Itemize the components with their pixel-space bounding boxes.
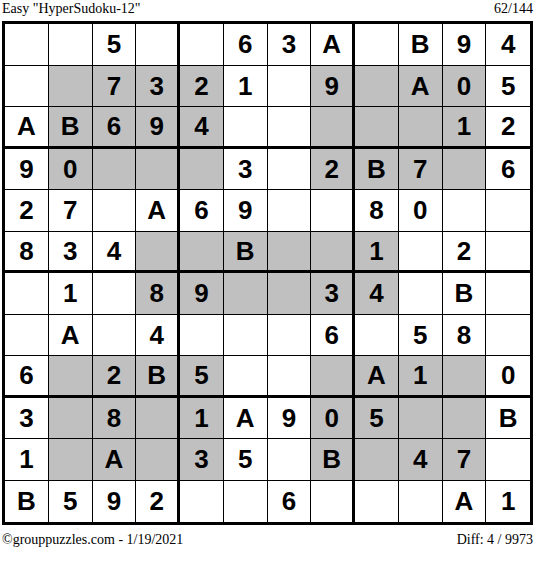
cell-r10c3: 8	[93, 398, 137, 440]
cell-r11c10: 4	[399, 439, 443, 481]
cell-r1c5[interactable]	[180, 24, 224, 66]
cell-r4c9: B	[355, 149, 399, 191]
cell-r7c6[interactable]	[224, 273, 268, 315]
cell-r8c9[interactable]	[355, 315, 399, 357]
cell-r8c8: 6	[311, 315, 355, 357]
cell-r4c12: 6	[486, 149, 530, 191]
cell-r6c2: 3	[49, 232, 93, 274]
cell-r10c5: 1	[180, 398, 224, 440]
cell-r6c12[interactable]	[486, 232, 530, 274]
cell-r4c3[interactable]	[93, 149, 137, 191]
cell-r7c5: 9	[180, 273, 224, 315]
cell-r10c10[interactable]	[399, 398, 443, 440]
cell-r10c1: 3	[5, 398, 49, 440]
cell-r10c12: B	[486, 398, 530, 440]
cell-r2c7[interactable]	[268, 66, 312, 108]
cell-r11c3: A	[93, 439, 137, 481]
cell-r10c4[interactable]	[136, 398, 180, 440]
cell-r11c9[interactable]	[355, 439, 399, 481]
cell-r10c7: 9	[268, 398, 312, 440]
cell-r12c2: 5	[49, 481, 93, 523]
cell-r8c4: 4	[136, 315, 180, 357]
cell-r12c8[interactable]	[311, 481, 355, 523]
cell-r5c5: 6	[180, 190, 224, 232]
cell-r7c3[interactable]	[93, 273, 137, 315]
cell-r12c7: 6	[268, 481, 312, 523]
cell-r12c12: 1	[486, 481, 530, 523]
cell-r9c5: 5	[180, 356, 224, 398]
cell-r11c5: 3	[180, 439, 224, 481]
cell-r6c9: 1	[355, 232, 399, 274]
sudoku-board: 563AB9473219A05AB694129032B7627A6980834B…	[2, 21, 533, 525]
cell-r9c11[interactable]	[443, 356, 487, 398]
cell-r1c8: A	[311, 24, 355, 66]
puzzle-counter: 62/144	[494, 1, 533, 17]
cell-r4c8: 2	[311, 149, 355, 191]
cell-r11c7[interactable]	[268, 439, 312, 481]
cell-r7c12[interactable]	[486, 273, 530, 315]
puzzle-page: Easy "HyperSudoku-12" 62/144 563AB947321…	[0, 0, 535, 569]
cell-r1c12: 4	[486, 24, 530, 66]
cell-r6c11: 2	[443, 232, 487, 274]
cell-r6c7[interactable]	[268, 232, 312, 274]
cell-r1c9[interactable]	[355, 24, 399, 66]
cell-r3c8[interactable]	[311, 107, 355, 149]
cell-r7c4: 8	[136, 273, 180, 315]
cell-r4c4[interactable]	[136, 149, 180, 191]
cell-r5c9: 8	[355, 190, 399, 232]
cell-r4c2: 0	[49, 149, 93, 191]
cell-r1c11: 9	[443, 24, 487, 66]
cell-r8c10: 5	[399, 315, 443, 357]
cell-r9c12: 0	[486, 356, 530, 398]
cell-r9c1: 6	[5, 356, 49, 398]
cell-r4c7[interactable]	[268, 149, 312, 191]
cell-r3c5: 4	[180, 107, 224, 149]
cell-r11c1: 1	[5, 439, 49, 481]
cell-r1c6: 6	[224, 24, 268, 66]
cell-r3c12: 2	[486, 107, 530, 149]
cell-r3c2: B	[49, 107, 93, 149]
cell-r7c11: B	[443, 273, 487, 315]
cell-r12c3: 9	[93, 481, 137, 523]
cell-r7c9: 4	[355, 273, 399, 315]
cell-r2c8: 9	[311, 66, 355, 108]
cell-r7c2: 1	[49, 273, 93, 315]
cell-r1c3: 5	[93, 24, 137, 66]
cell-r2c2[interactable]	[49, 66, 93, 108]
cell-r9c7[interactable]	[268, 356, 312, 398]
header: Easy "HyperSudoku-12" 62/144	[2, 1, 533, 19]
cell-r2c5: 2	[180, 66, 224, 108]
cell-r3c11: 1	[443, 107, 487, 149]
cell-r9c4: B	[136, 356, 180, 398]
cell-r5c6: 9	[224, 190, 268, 232]
cell-r10c11[interactable]	[443, 398, 487, 440]
cell-r2c9[interactable]	[355, 66, 399, 108]
cell-r4c1: 9	[5, 149, 49, 191]
cell-r7c7[interactable]	[268, 273, 312, 315]
cell-r1c10: B	[399, 24, 443, 66]
cell-r10c8: 0	[311, 398, 355, 440]
cell-r5c10: 0	[399, 190, 443, 232]
cell-r3c10[interactable]	[399, 107, 443, 149]
cell-r3c6[interactable]	[224, 107, 268, 149]
cell-r10c9: 5	[355, 398, 399, 440]
cell-r12c1: B	[5, 481, 49, 523]
cell-r2c10: A	[399, 66, 443, 108]
cell-r6c5[interactable]	[180, 232, 224, 274]
cell-r1c4[interactable]	[136, 24, 180, 66]
cell-r5c3[interactable]	[93, 190, 137, 232]
cell-r3c3: 6	[93, 107, 137, 149]
cell-r10c6: A	[224, 398, 268, 440]
cell-r7c1[interactable]	[5, 273, 49, 315]
cell-r4c6: 3	[224, 149, 268, 191]
cell-r5c8[interactable]	[311, 190, 355, 232]
cell-r12c9[interactable]	[355, 481, 399, 523]
cell-r8c12[interactable]	[486, 315, 530, 357]
cell-r5c2: 7	[49, 190, 93, 232]
cell-r8c5[interactable]	[180, 315, 224, 357]
cell-r9c10: 1	[399, 356, 443, 398]
cell-r11c2[interactable]	[49, 439, 93, 481]
cell-r2c1[interactable]	[5, 66, 49, 108]
cell-r8c11: 8	[443, 315, 487, 357]
copyright-text: ©grouppuzzles.com - 1/19/2021	[2, 532, 183, 548]
cell-r10c2[interactable]	[49, 398, 93, 440]
cell-r11c8: B	[311, 439, 355, 481]
cell-r8c6[interactable]	[224, 315, 268, 357]
cell-r4c5[interactable]	[180, 149, 224, 191]
cell-r6c4[interactable]	[136, 232, 180, 274]
cell-r9c2[interactable]	[49, 356, 93, 398]
cell-r4c11[interactable]	[443, 149, 487, 191]
cell-r11c6: 5	[224, 439, 268, 481]
cell-r3c7[interactable]	[268, 107, 312, 149]
cell-r12c11: A	[443, 481, 487, 523]
cell-r7c10[interactable]	[399, 273, 443, 315]
footer: ©grouppuzzles.com - 1/19/2021 Diff: 4 / …	[2, 532, 533, 548]
cell-r3c1: A	[5, 107, 49, 149]
cell-r12c6[interactable]	[224, 481, 268, 523]
cell-r9c6[interactable]	[224, 356, 268, 398]
cell-r5c4: A	[136, 190, 180, 232]
cell-r2c12: 5	[486, 66, 530, 108]
cell-r2c4: 3	[136, 66, 180, 108]
cell-r9c3: 2	[93, 356, 137, 398]
cell-r11c11: 7	[443, 439, 487, 481]
cell-r12c5[interactable]	[180, 481, 224, 523]
cell-r8c2: A	[49, 315, 93, 357]
cell-r7c8: 3	[311, 273, 355, 315]
cell-r6c6: B	[224, 232, 268, 274]
cell-r3c9[interactable]	[355, 107, 399, 149]
cell-r6c1: 8	[5, 232, 49, 274]
cell-r3c4: 9	[136, 107, 180, 149]
cell-r5c1: 2	[5, 190, 49, 232]
cell-r8c1[interactable]	[5, 315, 49, 357]
cell-r2c11: 0	[443, 66, 487, 108]
cell-r2c3: 7	[93, 66, 137, 108]
cell-r1c2[interactable]	[49, 24, 93, 66]
cell-r8c7[interactable]	[268, 315, 312, 357]
cell-r9c9: A	[355, 356, 399, 398]
difficulty-text: Diff: 4 / 9973	[457, 532, 533, 548]
cell-r12c10[interactable]	[399, 481, 443, 523]
cell-r5c11[interactable]	[443, 190, 487, 232]
cell-r6c10[interactable]	[399, 232, 443, 274]
cell-r12c4: 2	[136, 481, 180, 523]
cell-r2c6: 1	[224, 66, 268, 108]
cell-r11c12[interactable]	[486, 439, 530, 481]
cell-r5c7[interactable]	[268, 190, 312, 232]
cell-r5c12[interactable]	[486, 190, 530, 232]
cell-r1c7: 3	[268, 24, 312, 66]
cell-r8c3[interactable]	[93, 315, 137, 357]
cell-r4c10: 7	[399, 149, 443, 191]
cell-r6c3: 4	[93, 232, 137, 274]
cell-r11c4[interactable]	[136, 439, 180, 481]
puzzle-title: Easy "HyperSudoku-12"	[2, 1, 141, 17]
cell-r6c8[interactable]	[311, 232, 355, 274]
cell-r1c1[interactable]	[5, 24, 49, 66]
cell-r9c8[interactable]	[311, 356, 355, 398]
